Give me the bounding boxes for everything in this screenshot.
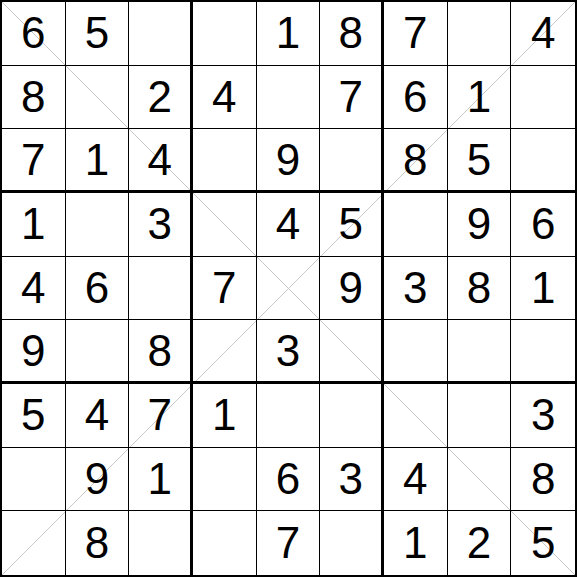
cell-r2c1[interactable]: 8 [2,66,66,130]
cell-r2c5[interactable] [257,66,321,130]
cell-r5c8[interactable]: 8 [448,257,512,321]
cell-r4c5[interactable]: 4 [257,193,321,257]
cell-r4c6[interactable]: 5 [320,193,384,257]
cell-r4c1[interactable]: 1 [2,193,66,257]
cell-r5c2[interactable]: 6 [66,257,130,321]
cell-r5c9[interactable]: 1 [511,257,575,321]
cell-r6c2[interactable] [66,320,130,384]
cell-r4c3[interactable]: 3 [129,193,193,257]
cell-r9c2[interactable]: 8 [66,511,130,575]
cell-r1c8[interactable] [448,2,512,66]
cell-r7c4[interactable]: 1 [193,384,257,448]
cell-r9c1[interactable] [2,511,66,575]
cell-r4c4[interactable] [193,193,257,257]
cell-r5c1[interactable]: 4 [2,257,66,321]
cell-r8c6[interactable]: 3 [320,448,384,512]
cell-r3c2[interactable]: 1 [66,129,130,193]
cell-r6c8[interactable] [448,320,512,384]
cell-r4c8[interactable]: 9 [448,193,512,257]
sudoku-board: 6518748247617149851345964679381983547139… [0,0,577,577]
cell-r9c3[interactable] [129,511,193,575]
cell-r3c3[interactable]: 4 [129,129,193,193]
cell-r1c9[interactable]: 4 [511,2,575,66]
cell-r2c7[interactable]: 6 [384,66,448,130]
cell-r7c9[interactable]: 3 [511,384,575,448]
cell-r9c9[interactable]: 5 [511,511,575,575]
cell-r9c5[interactable]: 7 [257,511,321,575]
cell-r3c6[interactable] [320,129,384,193]
cell-r2c6[interactable]: 7 [320,66,384,130]
cell-r2c8[interactable]: 1 [448,66,512,130]
cell-r7c7[interactable] [384,384,448,448]
cell-r2c3[interactable]: 2 [129,66,193,130]
cell-r5c5[interactable] [257,257,321,321]
cell-r4c7[interactable] [384,193,448,257]
cell-r9c8[interactable]: 2 [448,511,512,575]
sudoku-grid: 6518748247617149851345964679381983547139… [2,2,575,575]
cell-r2c9[interactable] [511,66,575,130]
cell-r9c7[interactable]: 1 [384,511,448,575]
cell-r1c1[interactable]: 6 [2,2,66,66]
cell-r8c7[interactable]: 4 [384,448,448,512]
cell-r6c5[interactable]: 3 [257,320,321,384]
cell-r6c6[interactable] [320,320,384,384]
cell-r7c6[interactable] [320,384,384,448]
cell-r6c1[interactable]: 9 [2,320,66,384]
cell-r1c6[interactable]: 8 [320,2,384,66]
cell-r5c6[interactable]: 9 [320,257,384,321]
cell-r6c7[interactable] [384,320,448,384]
cell-r8c5[interactable]: 6 [257,448,321,512]
cell-r7c8[interactable] [448,384,512,448]
cell-r3c7[interactable]: 8 [384,129,448,193]
cell-r1c2[interactable]: 5 [66,2,130,66]
cell-r8c8[interactable] [448,448,512,512]
cell-r1c5[interactable]: 1 [257,2,321,66]
cell-r1c7[interactable]: 7 [384,2,448,66]
cell-r5c3[interactable] [129,257,193,321]
cell-r7c3[interactable]: 7 [129,384,193,448]
cell-r8c2[interactable]: 9 [66,448,130,512]
cell-r3c5[interactable]: 9 [257,129,321,193]
cell-r7c5[interactable] [257,384,321,448]
cell-r5c4[interactable]: 7 [193,257,257,321]
cell-r3c8[interactable]: 5 [448,129,512,193]
cell-r2c4[interactable]: 4 [193,66,257,130]
cell-r8c1[interactable] [2,448,66,512]
cell-r9c4[interactable] [193,511,257,575]
cell-r5c7[interactable]: 3 [384,257,448,321]
cell-r1c3[interactable] [129,2,193,66]
cell-r8c4[interactable] [193,448,257,512]
cell-r9c6[interactable] [320,511,384,575]
cell-r4c2[interactable] [66,193,130,257]
cell-r6c9[interactable] [511,320,575,384]
cell-r4c9[interactable]: 6 [511,193,575,257]
cell-r8c9[interactable]: 8 [511,448,575,512]
cell-r2c2[interactable] [66,66,130,130]
cell-r6c4[interactable] [193,320,257,384]
cell-r7c1[interactable]: 5 [2,384,66,448]
cell-r3c1[interactable]: 7 [2,129,66,193]
cell-r3c4[interactable] [193,129,257,193]
cell-r7c2[interactable]: 4 [66,384,130,448]
cell-r1c4[interactable] [193,2,257,66]
cell-r3c9[interactable] [511,129,575,193]
cell-r8c3[interactable]: 1 [129,448,193,512]
cell-r6c3[interactable]: 8 [129,320,193,384]
